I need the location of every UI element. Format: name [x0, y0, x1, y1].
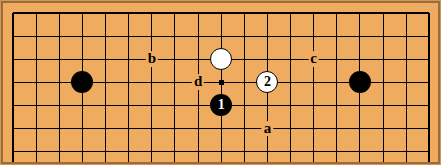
grid-line-horizontal [372, 59, 395, 60]
board-point [348, 48, 371, 71]
grid-line-horizontal [418, 59, 430, 60]
grid-line-horizontal [279, 82, 302, 83]
board-point [25, 140, 48, 163]
grid-line-horizontal [163, 12, 186, 14]
board-point [233, 140, 256, 163]
point-label-a: a [262, 121, 274, 137]
board-point [256, 94, 279, 117]
grid-line-horizontal [117, 128, 140, 129]
board-point [163, 48, 186, 71]
board-point [25, 25, 48, 48]
board-point [2, 71, 25, 94]
board-point [325, 117, 348, 140]
grid-line-horizontal [13, 36, 25, 37]
board-point [94, 140, 117, 163]
board-point [48, 25, 71, 48]
grid-line-horizontal [48, 82, 71, 83]
board-point [256, 25, 279, 48]
grid-line-horizontal [325, 59, 348, 60]
board-point [117, 2, 140, 25]
grid-line-horizontal [395, 12, 418, 14]
board-point [2, 48, 25, 71]
grid-line-vertical [267, 13, 268, 25]
board-point [71, 25, 94, 48]
board-point [140, 2, 163, 25]
grid-line-horizontal [13, 12, 25, 14]
board-point [117, 117, 140, 140]
board-point [279, 48, 302, 71]
board-point [210, 140, 233, 163]
board-point [71, 2, 94, 25]
board-point [395, 140, 418, 163]
grid-line-horizontal [94, 105, 117, 106]
grid-line-horizontal [140, 105, 163, 106]
grid-line-horizontal [140, 12, 163, 14]
grid-line-horizontal [325, 82, 348, 83]
move-number: 2 [264, 75, 271, 89]
board-point [418, 94, 440, 117]
board-point [210, 48, 233, 71]
grid-line-horizontal [395, 105, 418, 106]
board-point [187, 94, 210, 117]
grid-line-horizontal [71, 128, 94, 129]
board-point [302, 94, 325, 117]
board-point [418, 25, 440, 48]
grid-line-horizontal [372, 105, 395, 106]
board-point [140, 71, 163, 94]
board-point [302, 25, 325, 48]
board-point [325, 48, 348, 71]
grid-line-horizontal [418, 82, 430, 83]
grid-line-horizontal [13, 128, 25, 129]
grid-line-horizontal [163, 128, 186, 129]
grid-line-horizontal [418, 128, 430, 129]
grid-line-horizontal [48, 59, 71, 60]
board-point [302, 140, 325, 163]
board-point [348, 71, 371, 94]
board-point: 1 [210, 94, 233, 117]
board-point [418, 71, 440, 94]
board-point [25, 2, 48, 25]
grid-line-horizontal [140, 128, 163, 129]
board-point [117, 71, 140, 94]
board-point [187, 48, 210, 71]
hoshi-icon [219, 80, 224, 85]
white-stone: 2 [256, 71, 278, 93]
board-point [140, 94, 163, 117]
board-point [117, 25, 140, 48]
board-point [163, 2, 186, 25]
board-point [279, 117, 302, 140]
grid-line-horizontal [233, 128, 256, 129]
grid-line-horizontal [13, 105, 25, 106]
grid-line-horizontal [256, 36, 279, 37]
board-point [210, 117, 233, 140]
board-point [117, 94, 140, 117]
board-point [395, 94, 418, 117]
grid-line-horizontal [279, 151, 302, 152]
board-point [94, 71, 117, 94]
grid-line-horizontal [279, 59, 302, 60]
board-point [117, 48, 140, 71]
board-point: d [187, 71, 210, 94]
grid-line-horizontal [233, 105, 256, 106]
board-point [210, 2, 233, 25]
grid-line-horizontal [94, 82, 117, 83]
grid-line-horizontal [25, 12, 48, 14]
board-point [94, 25, 117, 48]
board-point [395, 71, 418, 94]
grid-line-horizontal [302, 12, 325, 14]
board-point [233, 2, 256, 25]
grid-line-horizontal [372, 12, 395, 14]
grid-line-horizontal [140, 82, 163, 83]
grid-line-horizontal [25, 59, 48, 60]
board-point [279, 2, 302, 25]
grid-line-horizontal [140, 151, 163, 152]
board-point [140, 117, 163, 140]
grid-line-horizontal [13, 59, 25, 60]
grid-line-horizontal [210, 36, 233, 37]
grid-line-vertical [221, 13, 222, 25]
grid-line-horizontal [94, 151, 117, 152]
board-point [25, 117, 48, 140]
board-point [163, 117, 186, 140]
board-point [71, 71, 94, 94]
board-point [2, 2, 25, 25]
board-point [348, 2, 371, 25]
grid-line-horizontal [140, 36, 163, 37]
grid-line-horizontal [13, 82, 25, 83]
grid-line-horizontal [117, 82, 140, 83]
grid-line-vertical [336, 13, 337, 25]
board-point [372, 117, 395, 140]
grid-line-vertical [198, 13, 199, 25]
grid-line-vertical [313, 13, 314, 25]
grid-line-horizontal [94, 59, 117, 60]
board-point [71, 48, 94, 71]
go-board: bcd21a [1, 1, 440, 164]
board-point [372, 48, 395, 71]
grid-line-horizontal [418, 151, 430, 152]
grid-line-horizontal [71, 59, 94, 60]
grid-line-horizontal [48, 151, 71, 152]
board-point [233, 94, 256, 117]
board-point [418, 48, 440, 71]
grid-line-horizontal [395, 82, 418, 83]
grid-line-horizontal [71, 151, 94, 152]
board-point [140, 25, 163, 48]
grid-line-horizontal [395, 36, 418, 37]
grid-line-horizontal [94, 128, 117, 129]
board-point [187, 140, 210, 163]
grid-line-vertical [174, 13, 175, 25]
grid-line-horizontal [163, 59, 186, 60]
grid-line-horizontal [233, 12, 256, 14]
grid-line-horizontal [256, 12, 279, 14]
grid-line-horizontal [25, 128, 48, 129]
grid-line-horizontal [372, 151, 395, 152]
board-point [94, 48, 117, 71]
grid-line-horizontal [25, 151, 48, 152]
grid-line-horizontal [348, 128, 371, 129]
grid-line-horizontal [348, 151, 371, 152]
board-point [372, 94, 395, 117]
board-point [418, 117, 440, 140]
grid-line-horizontal [187, 36, 210, 37]
board-point [187, 25, 210, 48]
grid-line-horizontal [210, 151, 233, 152]
grid-line-vertical [82, 13, 83, 25]
board-point [256, 2, 279, 25]
board-point [48, 71, 71, 94]
grid-line-horizontal [163, 105, 186, 106]
board-point [94, 2, 117, 25]
black-stone [349, 71, 371, 93]
grid-line-horizontal [256, 59, 279, 60]
board-point [325, 71, 348, 94]
move-number: 1 [218, 98, 225, 112]
grid-line-horizontal [187, 151, 210, 152]
board-point: a [256, 117, 279, 140]
board-point [25, 71, 48, 94]
board-point [395, 117, 418, 140]
board-point [372, 2, 395, 25]
grid-line-vertical [406, 13, 407, 25]
board-point [348, 117, 371, 140]
grid-line-horizontal [395, 151, 418, 152]
grid-line-horizontal [71, 105, 94, 106]
board-point [325, 140, 348, 163]
grid-line-vertical [383, 13, 384, 25]
grid-line-horizontal [325, 12, 348, 14]
board-point [279, 25, 302, 48]
grid-line-horizontal [117, 59, 140, 60]
board-point [418, 140, 440, 163]
board-point [256, 48, 279, 71]
grid-line-horizontal [302, 36, 325, 37]
board-point [48, 140, 71, 163]
grid-line-vertical [36, 13, 37, 25]
grid-line-horizontal [395, 59, 418, 60]
board-point [233, 117, 256, 140]
grid-line-horizontal [210, 12, 233, 14]
grid-line-horizontal [48, 128, 71, 129]
grid-line-horizontal [48, 36, 71, 37]
grid-line-vertical [359, 13, 360, 25]
grid-line-horizontal [348, 59, 371, 60]
board-point [325, 25, 348, 48]
grid-line-horizontal [13, 151, 25, 152]
board-point [372, 25, 395, 48]
board-point [25, 48, 48, 71]
board-point [348, 94, 371, 117]
grid-line-vertical [59, 13, 60, 25]
board-point [279, 140, 302, 163]
point-label-c: c [308, 51, 319, 67]
board-point [163, 25, 186, 48]
black-stone [71, 71, 93, 93]
grid-line-horizontal [302, 151, 325, 152]
board-point [48, 94, 71, 117]
grid-line-horizontal [418, 12, 430, 14]
board-point [2, 94, 25, 117]
grid-line-horizontal [233, 36, 256, 37]
grid-line-vertical [105, 13, 106, 25]
grid-line-horizontal [233, 82, 256, 83]
board-point [325, 2, 348, 25]
board-point [187, 2, 210, 25]
grid-line-horizontal [325, 105, 348, 106]
board-point [2, 140, 25, 163]
grid-line-horizontal [163, 36, 186, 37]
grid-line-horizontal [418, 105, 430, 106]
grid-line-horizontal [279, 36, 302, 37]
grid-line-horizontal [187, 105, 210, 106]
grid-line-vertical [151, 13, 152, 25]
grid-line-horizontal [256, 105, 279, 106]
grid-line-horizontal [25, 82, 48, 83]
board-point [233, 25, 256, 48]
board-point [140, 140, 163, 163]
board-point [163, 71, 186, 94]
grid-line-horizontal [163, 82, 186, 83]
grid-line-horizontal [256, 151, 279, 152]
board-point [187, 117, 210, 140]
grid-line-horizontal [302, 105, 325, 106]
grid-line-horizontal [94, 12, 117, 14]
grid-line-vertical [428, 13, 430, 25]
board-point [372, 71, 395, 94]
grid-line-horizontal [372, 36, 395, 37]
grid-line-horizontal [187, 128, 210, 129]
white-stone [210, 48, 232, 70]
grid-line-horizontal [372, 128, 395, 129]
grid-line-horizontal [279, 12, 302, 14]
grid-line-horizontal [325, 36, 348, 37]
grid-line-horizontal [94, 36, 117, 37]
grid-line-horizontal [348, 105, 371, 106]
grid-line-horizontal [325, 128, 348, 129]
grid-line-horizontal [348, 12, 371, 14]
board-point [71, 117, 94, 140]
board-point: b [140, 48, 163, 71]
grid-line-horizontal [117, 12, 140, 14]
grid-line-horizontal [48, 12, 71, 14]
board-point [279, 71, 302, 94]
grid-line-horizontal [117, 36, 140, 37]
board-point [25, 94, 48, 117]
grid-line-horizontal [210, 128, 233, 129]
grid-line-horizontal [71, 12, 94, 14]
grid-line-horizontal [279, 128, 302, 129]
board-point [302, 2, 325, 25]
grid-line-vertical [12, 13, 14, 25]
grid-line-horizontal [395, 128, 418, 129]
board-point [48, 2, 71, 25]
board-point [94, 94, 117, 117]
board-point [163, 140, 186, 163]
board-point [372, 140, 395, 163]
go-diagram: bcd21a [0, 0, 441, 165]
grid-line-horizontal [25, 36, 48, 37]
board-point [348, 25, 371, 48]
board-point [48, 117, 71, 140]
grid-line-horizontal [233, 59, 256, 60]
grid-line-horizontal [187, 12, 210, 14]
board-point [418, 2, 440, 25]
board-point [395, 48, 418, 71]
board-point [48, 48, 71, 71]
board-point [94, 117, 117, 140]
board-point [2, 25, 25, 48]
board-point [71, 94, 94, 117]
board-point [325, 94, 348, 117]
grid-line-horizontal [302, 128, 325, 129]
board-point: c [302, 48, 325, 71]
board-point [395, 25, 418, 48]
board-point [163, 94, 186, 117]
grid-line-horizontal [302, 82, 325, 83]
board-point [395, 2, 418, 25]
grid-line-horizontal [117, 105, 140, 106]
grid-line-horizontal [233, 151, 256, 152]
point-label-b: b [146, 51, 158, 67]
grid-line-horizontal [372, 82, 395, 83]
board-point: 2 [256, 71, 279, 94]
board-point [233, 71, 256, 94]
grid-line-horizontal [187, 59, 210, 60]
board-point [71, 140, 94, 163]
board-point [279, 94, 302, 117]
grid-line-horizontal [117, 151, 140, 152]
board-grid: bcd21a [2, 2, 441, 164]
point-label-d: d [192, 74, 204, 90]
black-stone: 1 [210, 94, 232, 116]
grid-line-vertical [244, 13, 245, 25]
grid-line-horizontal [325, 151, 348, 152]
board-point [302, 71, 325, 94]
grid-line-horizontal [348, 36, 371, 37]
board-point [117, 140, 140, 163]
board-point [2, 117, 25, 140]
board-point [302, 117, 325, 140]
grid-line-horizontal [71, 36, 94, 37]
grid-line-horizontal [279, 105, 302, 106]
grid-line-vertical [128, 13, 129, 25]
board-point [233, 48, 256, 71]
board-point [210, 71, 233, 94]
grid-line-horizontal [418, 36, 430, 37]
board-point [210, 25, 233, 48]
grid-line-vertical [290, 13, 291, 25]
board-point [256, 140, 279, 163]
grid-line-horizontal [25, 105, 48, 106]
grid-line-horizontal [163, 151, 186, 152]
board-point [348, 140, 371, 163]
grid-line-horizontal [48, 105, 71, 106]
